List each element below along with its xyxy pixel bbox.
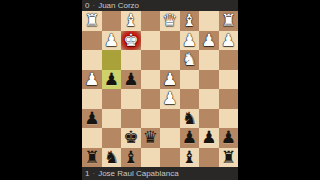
black-pawn: ♟ xyxy=(123,70,138,90)
white-knight: ♞ xyxy=(182,50,197,70)
square-f7[interactable]: ♚ xyxy=(121,128,141,148)
square-d8[interactable] xyxy=(160,148,180,168)
square-b3[interactable] xyxy=(199,50,219,70)
square-f2[interactable]: ♚ xyxy=(121,31,141,51)
white-rook: ♜ xyxy=(221,11,236,31)
square-g5[interactable] xyxy=(102,89,122,109)
square-f4[interactable]: ♟ xyxy=(121,70,141,90)
player-bar-bottom: 1 · Jose Raul Capablanca xyxy=(82,167,238,180)
square-h4[interactable]: ♟ xyxy=(82,70,102,90)
square-g2[interactable]: ♟ xyxy=(102,31,122,51)
square-b6[interactable] xyxy=(199,109,219,129)
black-bishop: ♝ xyxy=(123,148,138,168)
black-knight: ♞ xyxy=(182,109,197,129)
white-pawn: ♟ xyxy=(84,70,99,90)
square-a6[interactable] xyxy=(219,109,239,129)
square-c7[interactable]: ♟ xyxy=(180,128,200,148)
square-h8[interactable]: ♜ xyxy=(82,148,102,168)
white-rook: ♜ xyxy=(84,11,99,31)
square-g6[interactable] xyxy=(102,109,122,129)
square-e7[interactable]: ♛ xyxy=(141,128,161,148)
square-b4[interactable] xyxy=(199,70,219,90)
black-rook: ♜ xyxy=(84,148,99,168)
square-f6[interactable] xyxy=(121,109,141,129)
black-bishop: ♝ xyxy=(182,148,197,168)
black-pawn: ♟ xyxy=(182,128,197,148)
square-c1[interactable]: ♝ xyxy=(180,11,200,31)
square-f8[interactable]: ♝ xyxy=(121,148,141,168)
square-h3[interactable] xyxy=(82,50,102,70)
black-pawn: ♟ xyxy=(221,128,236,148)
square-b7[interactable]: ♟ xyxy=(199,128,219,148)
square-h7[interactable] xyxy=(82,128,102,148)
square-c8[interactable]: ♝ xyxy=(180,148,200,168)
square-a5[interactable] xyxy=(219,89,239,109)
square-h2[interactable] xyxy=(82,31,102,51)
square-a2[interactable]: ♟ xyxy=(219,31,239,51)
player-bottom-name: Jose Raul Capablanca xyxy=(98,170,179,178)
square-c2[interactable]: ♟ xyxy=(180,31,200,51)
square-c5[interactable] xyxy=(180,89,200,109)
white-pawn: ♟ xyxy=(221,31,236,51)
square-e3[interactable] xyxy=(141,50,161,70)
player-top-separator: · xyxy=(92,2,95,10)
square-g1[interactable] xyxy=(102,11,122,31)
white-bishop: ♝ xyxy=(182,11,197,31)
square-h5[interactable] xyxy=(82,89,102,109)
square-c4[interactable] xyxy=(180,70,200,90)
white-pawn: ♟ xyxy=(201,31,216,51)
square-b5[interactable] xyxy=(199,89,219,109)
square-f3[interactable] xyxy=(121,50,141,70)
square-g3[interactable] xyxy=(102,50,122,70)
square-c3[interactable]: ♞ xyxy=(180,50,200,70)
square-d4[interactable]: ♟ xyxy=(160,70,180,90)
square-a7[interactable]: ♟ xyxy=(219,128,239,148)
square-h1[interactable]: ♜ xyxy=(82,11,102,31)
white-pawn: ♟ xyxy=(162,89,177,109)
black-rook: ♜ xyxy=(221,148,236,168)
white-pawn: ♟ xyxy=(182,31,197,51)
square-f1[interactable]: ♝ xyxy=(121,11,141,31)
square-c6[interactable]: ♞ xyxy=(180,109,200,129)
player-bar-top: 0 · Juan Corzo xyxy=(82,0,238,11)
square-f5[interactable] xyxy=(121,89,141,109)
white-king: ♚ xyxy=(123,31,138,51)
player-top-score: 0 xyxy=(85,2,89,10)
square-e1[interactable] xyxy=(141,11,161,31)
player-bottom-separator: · xyxy=(92,170,95,178)
square-e2[interactable] xyxy=(141,31,161,51)
black-pawn: ♟ xyxy=(201,128,216,148)
white-bishop: ♝ xyxy=(123,11,138,31)
square-d7[interactable] xyxy=(160,128,180,148)
square-a3[interactable] xyxy=(219,50,239,70)
black-knight: ♞ xyxy=(104,148,119,168)
square-e8[interactable] xyxy=(141,148,161,168)
square-g8[interactable]: ♞ xyxy=(102,148,122,168)
square-d2[interactable] xyxy=(160,31,180,51)
chess-board: ♜♝♛♝♜♟♚♟♟♟♞♟♟♟♟♟♟♞♚♛♟♟♟♜♞♝♝♜ xyxy=(82,11,238,167)
white-queen: ♛ xyxy=(162,11,177,31)
square-e6[interactable] xyxy=(141,109,161,129)
square-b2[interactable]: ♟ xyxy=(199,31,219,51)
square-g7[interactable] xyxy=(102,128,122,148)
player-top-name: Juan Corzo xyxy=(98,2,139,10)
square-a8[interactable]: ♜ xyxy=(219,148,239,168)
square-b1[interactable] xyxy=(199,11,219,31)
square-e5[interactable] xyxy=(141,89,161,109)
square-a1[interactable]: ♜ xyxy=(219,11,239,31)
square-g4[interactable]: ♟ xyxy=(102,70,122,90)
black-king: ♚ xyxy=(123,128,138,148)
square-b8[interactable] xyxy=(199,148,219,168)
square-h6[interactable]: ♟ xyxy=(82,109,102,129)
square-d6[interactable] xyxy=(160,109,180,129)
black-queen: ♛ xyxy=(143,128,158,148)
square-a4[interactable] xyxy=(219,70,239,90)
white-pawn: ♟ xyxy=(104,31,119,51)
square-d1[interactable]: ♛ xyxy=(160,11,180,31)
white-pawn: ♟ xyxy=(162,70,177,90)
square-d5[interactable]: ♟ xyxy=(160,89,180,109)
video-frame: 0 · Juan Corzo ♜♝♛♝♜♟♚♟♟♟♞♟♟♟♟♟♟♞♚♛♟♟♟♜♞… xyxy=(82,0,238,180)
square-e4[interactable] xyxy=(141,70,161,90)
square-d3[interactable] xyxy=(160,50,180,70)
black-pawn: ♟ xyxy=(104,70,119,90)
player-bottom-score: 1 xyxy=(85,170,89,178)
black-pawn: ♟ xyxy=(84,109,99,129)
